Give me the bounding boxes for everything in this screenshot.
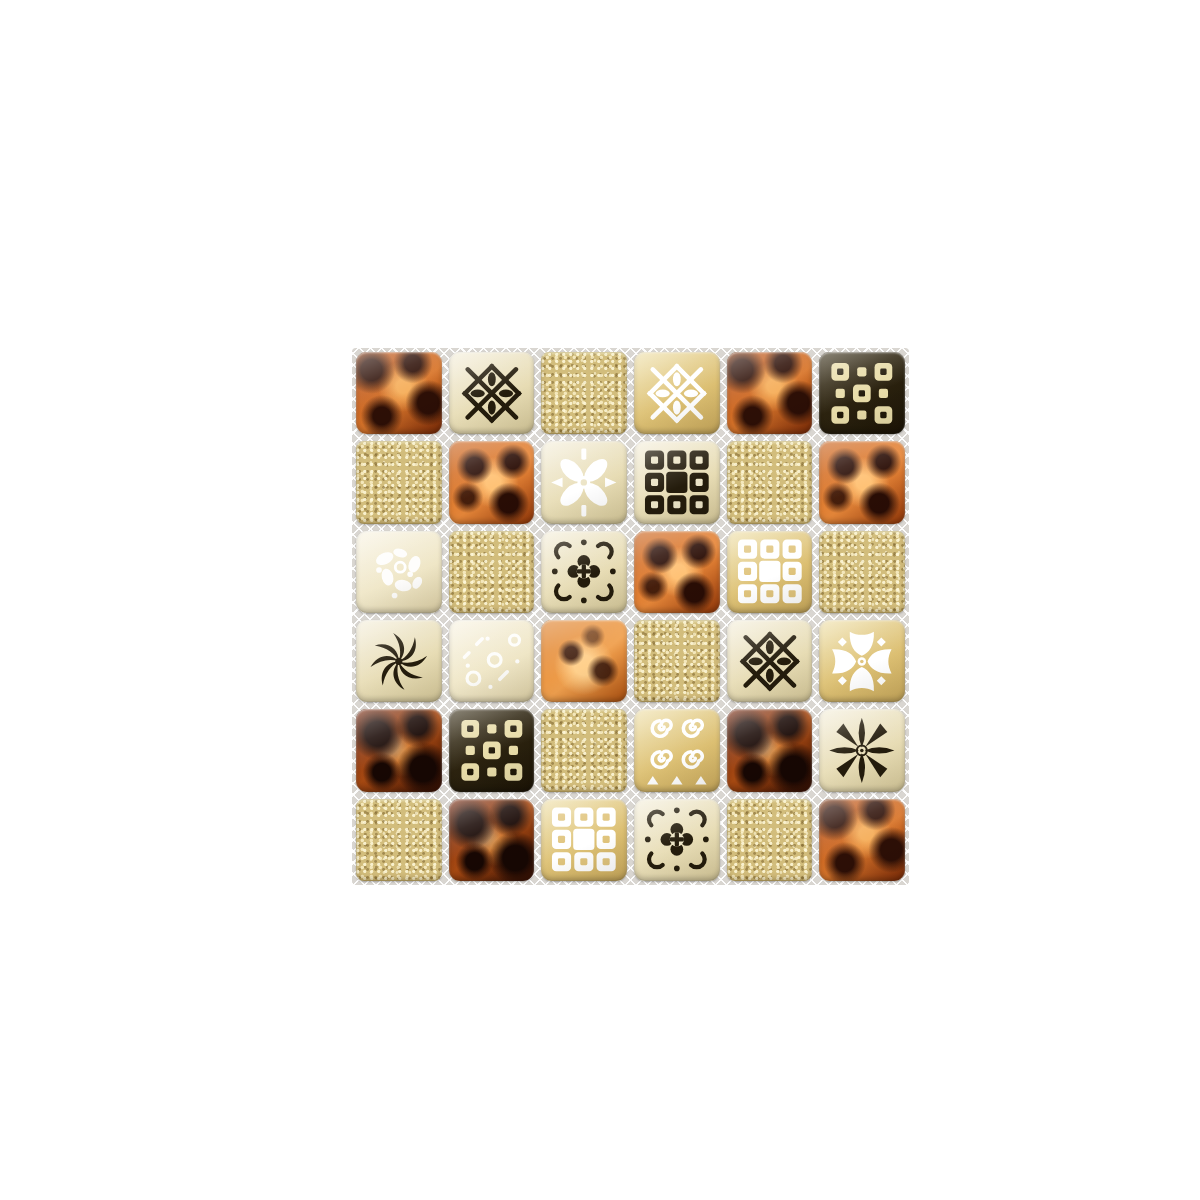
mosaic-tile-r1c2 [449, 352, 535, 434]
tile-ornament-icon [547, 447, 621, 518]
mosaic-tile-r4c5 [727, 620, 813, 702]
tile-ornament-icon [640, 447, 714, 518]
mosaic-tile-r1c3 [541, 352, 627, 434]
tile-ornament-icon [733, 626, 807, 697]
tile-ornament-icon [547, 804, 621, 875]
mosaic-tile-r3c3 [541, 531, 627, 613]
tile-ornament-icon [362, 536, 436, 607]
mosaic-tile-r2c6 [819, 441, 905, 523]
tile-ornament-icon [825, 715, 899, 786]
mosaic-tile-r6c3 [541, 799, 627, 881]
tile-ornament-icon [455, 358, 529, 429]
mosaic-tile-r2c4 [634, 441, 720, 523]
mosaic-tile-r2c3 [541, 441, 627, 523]
mosaic-tile-r3c5 [727, 531, 813, 613]
mosaic-tile-r2c1 [356, 441, 442, 523]
mosaic-tile-r6c6 [819, 799, 905, 881]
mosaic-tile-r5c4 [634, 709, 720, 791]
mosaic-sheet [352, 348, 909, 885]
mosaic-tile-r5c3 [541, 709, 627, 791]
mosaic-tile-r1c5 [727, 352, 813, 434]
mosaic-tile-r3c1 [356, 531, 442, 613]
tile-ornament-icon [455, 626, 529, 697]
mosaic-tile-r1c4 [634, 352, 720, 434]
mosaic-tile-r3c4 [634, 531, 720, 613]
mosaic-tile-r5c1 [356, 709, 442, 791]
mosaic-tile-r4c4 [634, 620, 720, 702]
mosaic-tile-r5c2 [449, 709, 535, 791]
tile-ornament-icon [547, 536, 621, 607]
tile-ornament-icon [640, 715, 714, 786]
mosaic-tile-r4c3 [541, 620, 627, 702]
mosaic-tile-r2c5 [727, 441, 813, 523]
mosaic-tile-r4c6 [819, 620, 905, 702]
tile-ornament-icon [455, 715, 529, 786]
mosaic-tile-r4c2 [449, 620, 535, 702]
mosaic-tile-r6c4 [634, 799, 720, 881]
mosaic-tile-r1c6 [819, 352, 905, 434]
mosaic-tile-r6c1 [356, 799, 442, 881]
mosaic-tile-r3c6 [819, 531, 905, 613]
mosaic-tile-r6c5 [727, 799, 813, 881]
tile-ornament-icon [640, 358, 714, 429]
mosaic-tile-r4c1 [356, 620, 442, 702]
tile-ornament-icon [640, 804, 714, 875]
tile-ornament-icon [362, 626, 436, 697]
mosaic-tile-r2c2 [449, 441, 535, 523]
mosaic-tile-r6c2 [449, 799, 535, 881]
mosaic-tile-r5c6 [819, 709, 905, 791]
tile-ornament-icon [733, 536, 807, 607]
mosaic-tile-r1c1 [356, 352, 442, 434]
mosaic-tile-r3c2 [449, 531, 535, 613]
mosaic-tile-r5c5 [727, 709, 813, 791]
tile-ornament-icon [825, 358, 899, 429]
tile-ornament-icon [825, 626, 899, 697]
